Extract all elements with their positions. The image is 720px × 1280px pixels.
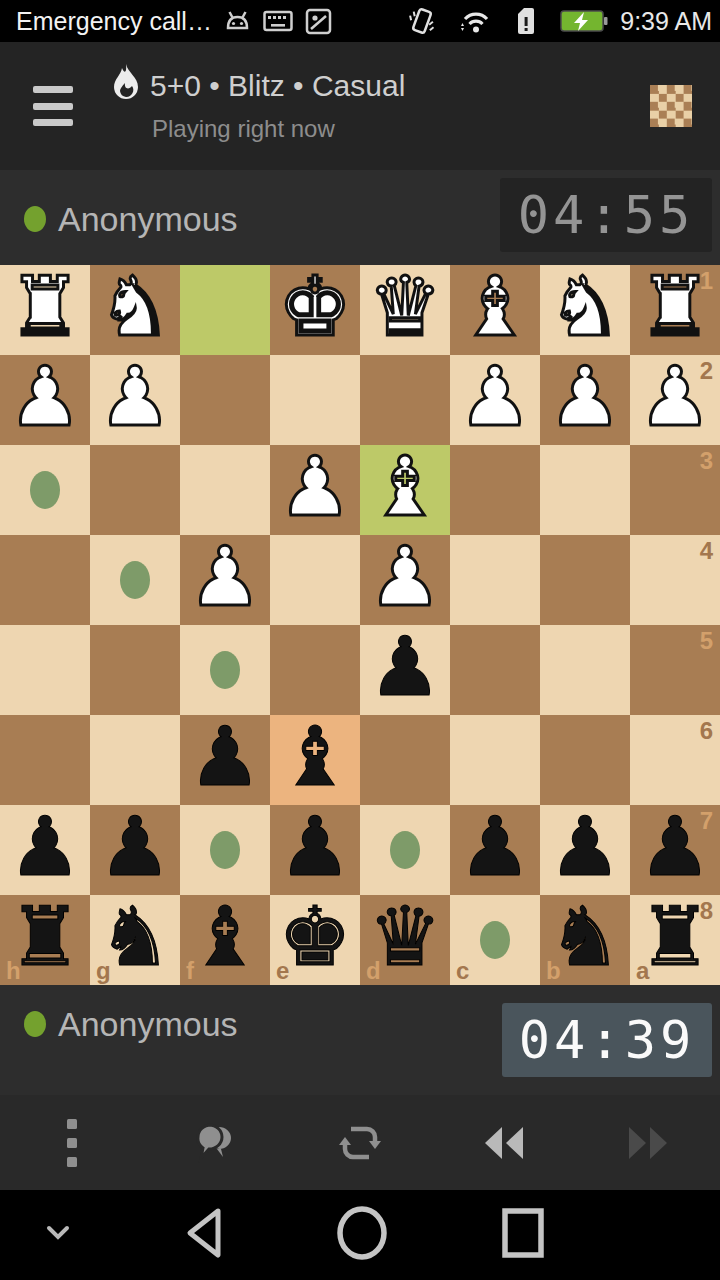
square-c5[interactable] <box>450 625 540 715</box>
white-pawn: ♟ <box>540 352 630 442</box>
square-g3[interactable] <box>90 445 180 535</box>
file-label: h <box>6 957 21 985</box>
flame-icon <box>112 64 140 107</box>
rank-label: 5 <box>700 627 713 655</box>
player-row: Anonymous 04:39 <box>0 985 720 1095</box>
square-e3[interactable]: ♟ <box>270 445 360 535</box>
square-f7[interactable] <box>180 805 270 895</box>
legal-move-dot[interactable] <box>120 561 150 599</box>
flip-board-button[interactable] <box>288 1095 432 1190</box>
white-pawn: ♟ <box>0 352 90 442</box>
square-c3[interactable] <box>450 445 540 535</box>
square-d5[interactable]: ♟ <box>360 625 450 715</box>
white-rook: ♜ <box>0 262 90 352</box>
square-e6[interactable]: ♝ <box>270 715 360 805</box>
square-f2[interactable] <box>180 355 270 445</box>
player-clock: 04:39 <box>502 1003 712 1077</box>
square-c6[interactable] <box>450 715 540 805</box>
square-b6[interactable] <box>540 715 630 805</box>
black-pawn: ♟ <box>540 802 630 892</box>
square-h4[interactable] <box>0 535 90 625</box>
file-label: d <box>366 957 381 985</box>
rank-label: 3 <box>700 447 713 475</box>
file-label: b <box>546 957 561 985</box>
legal-move-dot[interactable] <box>210 831 240 869</box>
square-h7[interactable]: ♟ <box>0 805 90 895</box>
wifi-icon <box>458 7 492 35</box>
file-label: f <box>186 957 194 985</box>
square-c8[interactable]: c <box>450 895 540 985</box>
square-d8[interactable]: ♛d <box>360 895 450 985</box>
opponent-clock: 04:55 <box>500 178 712 252</box>
white-king: ♚ <box>270 262 360 352</box>
square-a6[interactable]: 6 <box>630 715 720 805</box>
rank-label: 6 <box>700 717 713 745</box>
rank-label: 8 <box>700 897 713 925</box>
android-nav-bar <box>0 1190 720 1280</box>
square-f8[interactable]: ♝f <box>180 895 270 985</box>
square-h6[interactable] <box>0 715 90 805</box>
square-g2[interactable]: ♟ <box>90 355 180 445</box>
carrier-text: Emergency call… <box>16 7 212 36</box>
square-b5[interactable] <box>540 625 630 715</box>
square-e8[interactable]: ♚e <box>270 895 360 985</box>
android-robot-icon <box>224 8 251 34</box>
rank-label: 4 <box>700 537 713 565</box>
collapse-chevron-button[interactable] <box>40 1190 76 1275</box>
white-bishop: ♝ <box>360 442 450 532</box>
white-queen: ♛ <box>360 262 450 352</box>
square-f1[interactable] <box>180 265 270 355</box>
game-info: 5+0 • Blitz • Casual Playing right now <box>112 64 405 143</box>
square-h1[interactable]: ♜ <box>0 265 90 355</box>
menu-icon[interactable] <box>33 86 73 126</box>
square-d2[interactable] <box>360 355 450 445</box>
square-b3[interactable] <box>540 445 630 535</box>
square-a4[interactable]: 4 <box>630 535 720 625</box>
square-g7[interactable]: ♟ <box>90 805 180 895</box>
rewind-button[interactable] <box>432 1095 576 1190</box>
square-d4[interactable]: ♟ <box>360 535 450 625</box>
square-h8[interactable]: ♜h <box>0 895 90 985</box>
rank-label: 7 <box>700 807 713 835</box>
black-pawn: ♟ <box>0 802 90 892</box>
vibrate-icon <box>408 6 436 36</box>
square-b7[interactable]: ♟ <box>540 805 630 895</box>
back-button[interactable] <box>178 1190 230 1275</box>
square-e1[interactable]: ♚ <box>270 265 360 355</box>
square-a1[interactable]: ♜1 <box>630 265 720 355</box>
square-f6[interactable]: ♟ <box>180 715 270 805</box>
square-g1[interactable]: ♞ <box>90 265 180 355</box>
square-a7[interactable]: ♟7 <box>630 805 720 895</box>
legal-move-dot[interactable] <box>30 471 60 509</box>
square-b2[interactable]: ♟ <box>540 355 630 445</box>
square-a5[interactable]: 5 <box>630 625 720 715</box>
square-g8[interactable]: ♞g <box>90 895 180 985</box>
square-b1[interactable]: ♞ <box>540 265 630 355</box>
black-pawn: ♟ <box>180 712 270 802</box>
opponent-row: Anonymous 04:55 <box>0 170 720 265</box>
recents-button[interactable] <box>498 1190 548 1275</box>
square-c7[interactable]: ♟ <box>450 805 540 895</box>
square-g4[interactable] <box>90 535 180 625</box>
chess-board[interactable]: ♜♞♚♛♝♞♜1♟♟♟♟♟2♟♝3♟♟4♟5♟♝6♟♟♟♟♟♟7♜h♞g♝f♚e… <box>0 265 720 985</box>
square-d7[interactable] <box>360 805 450 895</box>
file-label: c <box>456 957 469 985</box>
game-toolbar <box>0 1095 720 1190</box>
square-f3[interactable] <box>180 445 270 535</box>
black-pawn: ♟ <box>90 802 180 892</box>
black-pawn: ♟ <box>360 622 450 712</box>
forward-button[interactable] <box>576 1095 720 1190</box>
player-name[interactable]: Anonymous <box>58 1005 238 1044</box>
square-a2[interactable]: ♟2 <box>630 355 720 445</box>
lichess-game-screen: Emergency call… 9:39 AM <box>0 0 720 1280</box>
game-title: 5+0 • Blitz • Casual <box>150 69 405 103</box>
square-d1[interactable]: ♛ <box>360 265 450 355</box>
square-g6[interactable] <box>90 715 180 805</box>
square-e4[interactable] <box>270 535 360 625</box>
square-e2[interactable] <box>270 355 360 445</box>
white-pawn: ♟ <box>270 442 360 532</box>
legal-move-dot[interactable] <box>390 831 420 869</box>
square-d3[interactable]: ♝ <box>360 445 450 535</box>
square-h5[interactable] <box>0 625 90 715</box>
square-g5[interactable] <box>90 625 180 715</box>
status-right-cluster: 9:39 AM <box>396 0 712 42</box>
square-b4[interactable] <box>540 535 630 625</box>
square-c4[interactable] <box>450 535 540 625</box>
square-f5[interactable] <box>180 625 270 715</box>
square-h2[interactable]: ♟ <box>0 355 90 445</box>
square-a8[interactable]: ♜8a <box>630 895 720 985</box>
keyboard-icon <box>263 9 293 33</box>
white-pawn: ♟ <box>360 532 450 622</box>
white-pawn: ♟ <box>180 532 270 622</box>
game-status: Playing right now <box>152 115 405 143</box>
rank-label: 2 <box>700 357 713 385</box>
square-c1[interactable]: ♝ <box>450 265 540 355</box>
file-label: a <box>636 957 649 985</box>
square-d6[interactable] <box>360 715 450 805</box>
square-b8[interactable]: ♞b <box>540 895 630 985</box>
status-time: 9:39 AM <box>620 7 712 36</box>
white-bishop: ♝ <box>450 262 540 352</box>
square-h3[interactable] <box>0 445 90 535</box>
file-label: g <box>96 957 111 985</box>
status-bar: Emergency call… 9:39 AM <box>0 0 720 42</box>
white-knight: ♞ <box>540 262 630 352</box>
square-f4[interactable]: ♟ <box>180 535 270 625</box>
mini-board-icon[interactable] <box>650 85 692 127</box>
sim-alert-icon <box>514 6 538 36</box>
battery-charging-icon <box>560 8 608 34</box>
legal-move-dot[interactable] <box>480 921 510 959</box>
square-e5[interactable] <box>270 625 360 715</box>
white-pawn: ♟ <box>450 352 540 442</box>
online-dot <box>24 1011 46 1037</box>
opponent-name[interactable]: Anonymous <box>58 200 238 239</box>
online-dot <box>24 206 46 232</box>
square-a3[interactable]: 3 <box>630 445 720 535</box>
square-c2[interactable]: ♟ <box>450 355 540 445</box>
black-pawn: ♟ <box>270 802 360 892</box>
app-header: 5+0 • Blitz • Casual Playing right now <box>0 42 720 170</box>
rank-label: 1 <box>700 267 713 295</box>
file-label: e <box>276 957 289 985</box>
chat-button[interactable] <box>144 1095 288 1190</box>
overflow-menu-button[interactable] <box>0 1095 144 1190</box>
legal-move-dot[interactable] <box>210 651 240 689</box>
home-button[interactable] <box>334 1190 390 1275</box>
white-knight: ♞ <box>90 262 180 352</box>
white-pawn: ♟ <box>90 352 180 442</box>
square-e7[interactable]: ♟ <box>270 805 360 895</box>
black-pawn: ♟ <box>450 802 540 892</box>
screenshot-icon <box>305 8 332 35</box>
black-bishop: ♝ <box>270 712 360 802</box>
